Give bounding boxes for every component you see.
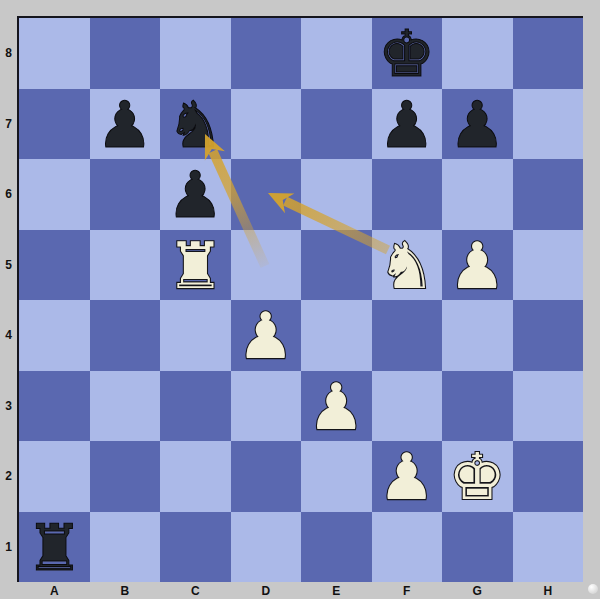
square-g3[interactable] — [442, 371, 513, 442]
file-label-h: H — [513, 582, 584, 599]
square-f2[interactable]: ♟ — [372, 441, 443, 512]
rank-labels: 87654321 — [0, 18, 17, 582]
square-c8[interactable] — [160, 18, 231, 89]
rank-label-5: 5 — [0, 230, 17, 301]
square-a2[interactable] — [19, 441, 90, 512]
square-f5[interactable]: ♞ — [372, 230, 443, 301]
board-grid: ♚♟♞♟♟♟♜♞♟♟♟♟♚♜ — [19, 18, 583, 582]
square-h3[interactable] — [513, 371, 584, 442]
square-g7[interactable]: ♟ — [442, 89, 513, 160]
piece-white-pawn-e3[interactable]: ♟ — [301, 371, 372, 442]
square-a7[interactable] — [19, 89, 90, 160]
square-h2[interactable] — [513, 441, 584, 512]
square-d4[interactable]: ♟ — [231, 300, 302, 371]
square-f4[interactable] — [372, 300, 443, 371]
square-h6[interactable] — [513, 159, 584, 230]
square-a8[interactable] — [19, 18, 90, 89]
piece-white-pawn-g5[interactable]: ♟ — [442, 230, 513, 301]
square-a4[interactable] — [19, 300, 90, 371]
square-e7[interactable] — [301, 89, 372, 160]
square-e1[interactable] — [301, 512, 372, 583]
square-c7[interactable]: ♞ — [160, 89, 231, 160]
square-g8[interactable] — [442, 18, 513, 89]
square-b4[interactable] — [90, 300, 161, 371]
square-b1[interactable] — [90, 512, 161, 583]
rank-label-6: 6 — [0, 159, 17, 230]
square-e6[interactable] — [301, 159, 372, 230]
square-c4[interactable] — [160, 300, 231, 371]
file-label-c: C — [160, 582, 231, 599]
square-g4[interactable] — [442, 300, 513, 371]
square-b8[interactable] — [90, 18, 161, 89]
square-d2[interactable] — [231, 441, 302, 512]
piece-white-pawn-d4[interactable]: ♟ — [231, 300, 302, 371]
file-labels: ABCDEFGH — [19, 582, 583, 599]
square-h5[interactable] — [513, 230, 584, 301]
square-e5[interactable] — [301, 230, 372, 301]
piece-white-knight-f5[interactable]: ♞ — [372, 230, 443, 301]
rank-label-7: 7 — [0, 89, 17, 160]
rank-label-4: 4 — [0, 300, 17, 371]
square-d5[interactable] — [231, 230, 302, 301]
file-label-a: A — [19, 582, 90, 599]
square-f3[interactable] — [372, 371, 443, 442]
chess-board: ♚♟♞♟♟♟♜♞♟♟♟♟♚♜ — [17, 16, 583, 582]
square-a6[interactable] — [19, 159, 90, 230]
square-f8[interactable]: ♚ — [372, 18, 443, 89]
square-a3[interactable] — [19, 371, 90, 442]
file-label-e: E — [301, 582, 372, 599]
square-c6[interactable]: ♟ — [160, 159, 231, 230]
square-d1[interactable] — [231, 512, 302, 583]
rank-label-1: 1 — [0, 512, 17, 583]
square-f6[interactable] — [372, 159, 443, 230]
square-b3[interactable] — [90, 371, 161, 442]
square-f7[interactable]: ♟ — [372, 89, 443, 160]
file-label-b: B — [90, 582, 161, 599]
piece-white-king-g2[interactable]: ♚ — [442, 441, 513, 512]
piece-white-pawn-f2[interactable]: ♟ — [372, 441, 443, 512]
square-c5[interactable]: ♜ — [160, 230, 231, 301]
piece-black-pawn-g7[interactable]: ♟ — [442, 89, 513, 160]
piece-black-pawn-f7[interactable]: ♟ — [372, 89, 443, 160]
chess-diagram: ♚♟♞♟♟♟♜♞♟♟♟♟♚♜ 87654321 ABCDEFGH — [0, 0, 600, 599]
square-h4[interactable] — [513, 300, 584, 371]
square-f1[interactable] — [372, 512, 443, 583]
file-label-g: G — [442, 582, 513, 599]
square-b2[interactable] — [90, 441, 161, 512]
square-g2[interactable]: ♚ — [442, 441, 513, 512]
square-h1[interactable] — [513, 512, 584, 583]
square-b7[interactable]: ♟ — [90, 89, 161, 160]
square-g6[interactable] — [442, 159, 513, 230]
piece-black-pawn-b7[interactable]: ♟ — [90, 89, 161, 160]
square-d7[interactable] — [231, 89, 302, 160]
piece-black-rook-a1[interactable]: ♜ — [19, 512, 90, 583]
piece-black-pawn-c6[interactable]: ♟ — [160, 159, 231, 230]
square-e2[interactable] — [301, 441, 372, 512]
square-h8[interactable] — [513, 18, 584, 89]
file-label-d: D — [231, 582, 302, 599]
square-e3[interactable]: ♟ — [301, 371, 372, 442]
square-g5[interactable]: ♟ — [442, 230, 513, 301]
square-c3[interactable] — [160, 371, 231, 442]
square-d6[interactable] — [231, 159, 302, 230]
corner-dot — [588, 584, 598, 594]
square-e8[interactable] — [301, 18, 372, 89]
square-c1[interactable] — [160, 512, 231, 583]
rank-label-3: 3 — [0, 371, 17, 442]
square-c2[interactable] — [160, 441, 231, 512]
square-d3[interactable] — [231, 371, 302, 442]
piece-black-king-f8[interactable]: ♚ — [372, 18, 443, 89]
piece-white-rook-c5[interactable]: ♜ — [160, 230, 231, 301]
square-b6[interactable] — [90, 159, 161, 230]
piece-black-knight-c7[interactable]: ♞ — [160, 89, 231, 160]
rank-label-8: 8 — [0, 18, 17, 89]
square-a5[interactable] — [19, 230, 90, 301]
square-d8[interactable] — [231, 18, 302, 89]
rank-label-2: 2 — [0, 441, 17, 512]
square-e4[interactable] — [301, 300, 372, 371]
square-g1[interactable] — [442, 512, 513, 583]
square-h7[interactable] — [513, 89, 584, 160]
square-b5[interactable] — [90, 230, 161, 301]
file-label-f: F — [372, 582, 443, 599]
square-a1[interactable]: ♜ — [19, 512, 90, 583]
